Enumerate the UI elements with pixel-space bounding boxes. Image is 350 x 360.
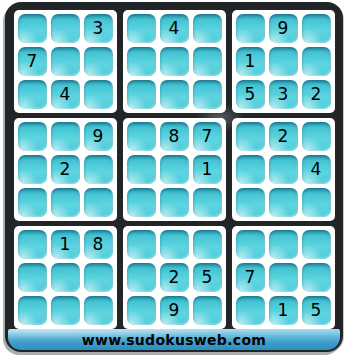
cell-r8c4[interactable] (127, 263, 156, 292)
cell-r4c7[interactable] (236, 122, 265, 151)
cell-r6c3[interactable] (84, 188, 113, 217)
cell-r9c1[interactable] (18, 296, 47, 325)
cell-r5c6[interactable]: 1 (193, 155, 222, 184)
cell-r7c6[interactable] (193, 230, 222, 259)
sudoku-grid: 374491532928712418259715 (13, 10, 335, 329)
cell-r7c2[interactable]: 1 (51, 230, 80, 259)
cell-r3c3[interactable] (84, 80, 113, 109)
cell-r4c4[interactable] (127, 122, 156, 151)
cell-r4c2[interactable] (51, 122, 80, 151)
cell-r8c1[interactable] (18, 263, 47, 292)
cell-r3c2[interactable]: 4 (51, 80, 80, 109)
box-1-1: 374 (14, 10, 117, 113)
cell-r2c4[interactable] (127, 47, 156, 76)
cell-r8c7[interactable]: 7 (236, 263, 265, 292)
box-2-2: 871 (123, 118, 226, 221)
sudoku-board: 374491532928712418259715 www.sudokusweb.… (5, 2, 343, 352)
cell-r8c8[interactable] (269, 263, 298, 292)
box-3-2: 259 (123, 226, 226, 329)
cell-r5c2[interactable]: 2 (51, 155, 80, 184)
cell-r9c6[interactable] (193, 296, 222, 325)
footer-bar: www.sudokusweb.com (8, 329, 340, 350)
cell-r1c7[interactable] (236, 14, 265, 43)
cell-r4c5[interactable]: 8 (160, 122, 189, 151)
cell-r1c3[interactable]: 3 (84, 14, 113, 43)
cell-r6c5[interactable] (160, 188, 189, 217)
cell-r6c8[interactable] (269, 188, 298, 217)
cell-r9c9[interactable]: 5 (302, 296, 331, 325)
cell-r7c9[interactable] (302, 230, 331, 259)
cell-r8c3[interactable] (84, 263, 113, 292)
cell-r6c2[interactable] (51, 188, 80, 217)
cell-r7c8[interactable] (269, 230, 298, 259)
cell-r9c3[interactable] (84, 296, 113, 325)
box-3-3: 715 (232, 226, 335, 329)
cell-r1c9[interactable] (302, 14, 331, 43)
cell-r1c4[interactable] (127, 14, 156, 43)
cell-r9c2[interactable] (51, 296, 80, 325)
website-url[interactable]: www.sudokusweb.com (82, 332, 266, 348)
cell-r7c1[interactable] (18, 230, 47, 259)
cell-r5c8[interactable] (269, 155, 298, 184)
cell-r9c7[interactable] (236, 296, 265, 325)
cell-r6c7[interactable] (236, 188, 265, 217)
box-2-3: 24 (232, 118, 335, 221)
cell-r6c1[interactable] (18, 188, 47, 217)
cell-r5c9[interactable]: 4 (302, 155, 331, 184)
cell-r9c5[interactable]: 9 (160, 296, 189, 325)
cell-r5c7[interactable] (236, 155, 265, 184)
cell-r3c8[interactable]: 3 (269, 80, 298, 109)
cell-r7c7[interactable] (236, 230, 265, 259)
cell-r5c1[interactable] (18, 155, 47, 184)
cell-r7c3[interactable]: 8 (84, 230, 113, 259)
cell-r8c2[interactable] (51, 263, 80, 292)
cell-r4c8[interactable]: 2 (269, 122, 298, 151)
cell-r3c1[interactable] (18, 80, 47, 109)
cell-r1c8[interactable]: 9 (269, 14, 298, 43)
cell-r3c7[interactable]: 5 (236, 80, 265, 109)
cell-r3c6[interactable] (193, 80, 222, 109)
cell-r5c3[interactable] (84, 155, 113, 184)
cell-r4c9[interactable] (302, 122, 331, 151)
cell-r3c5[interactable] (160, 80, 189, 109)
cell-r2c3[interactable] (84, 47, 113, 76)
cell-r2c9[interactable] (302, 47, 331, 76)
cell-r1c1[interactable] (18, 14, 47, 43)
cell-r4c6[interactable]: 7 (193, 122, 222, 151)
cell-r8c9[interactable] (302, 263, 331, 292)
cell-r5c4[interactable] (127, 155, 156, 184)
cell-r1c2[interactable] (51, 14, 80, 43)
cell-r1c5[interactable]: 4 (160, 14, 189, 43)
cell-r2c6[interactable] (193, 47, 222, 76)
cell-r4c1[interactable] (18, 122, 47, 151)
cell-r2c5[interactable] (160, 47, 189, 76)
cell-r9c4[interactable] (127, 296, 156, 325)
cell-r5c5[interactable] (160, 155, 189, 184)
cell-r3c4[interactable] (127, 80, 156, 109)
cell-r6c4[interactable] (127, 188, 156, 217)
cell-r6c6[interactable] (193, 188, 222, 217)
cell-r7c4[interactable] (127, 230, 156, 259)
cell-r3c9[interactable]: 2 (302, 80, 331, 109)
box-1-3: 91532 (232, 10, 335, 113)
cell-r2c8[interactable] (269, 47, 298, 76)
box-3-1: 18 (14, 226, 117, 329)
box-2-1: 92 (14, 118, 117, 221)
cell-r1c6[interactable] (193, 14, 222, 43)
cell-r9c8[interactable]: 1 (269, 296, 298, 325)
cell-r8c5[interactable]: 2 (160, 263, 189, 292)
box-1-2: 4 (123, 10, 226, 113)
cell-r8c6[interactable]: 5 (193, 263, 222, 292)
cell-r6c9[interactable] (302, 188, 331, 217)
cell-r2c2[interactable] (51, 47, 80, 76)
cell-r7c5[interactable] (160, 230, 189, 259)
cell-r4c3[interactable]: 9 (84, 122, 113, 151)
cell-r2c7[interactable]: 1 (236, 47, 265, 76)
cell-r2c1[interactable]: 7 (18, 47, 47, 76)
